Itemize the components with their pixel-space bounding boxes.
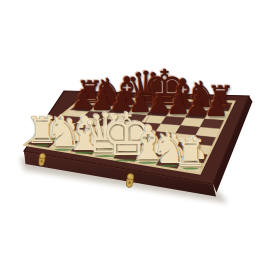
chess-set-photo-scene: ♜♞♝♛♚♝♞♜♟♟♟♟♟♟♟♟♟♟♟♟♟♟♟♟♜♞♝♛♚♝♞♜ (0, 0, 259, 259)
board-and-box-graphic (0, 0, 259, 259)
square-h7 (205, 111, 228, 121)
